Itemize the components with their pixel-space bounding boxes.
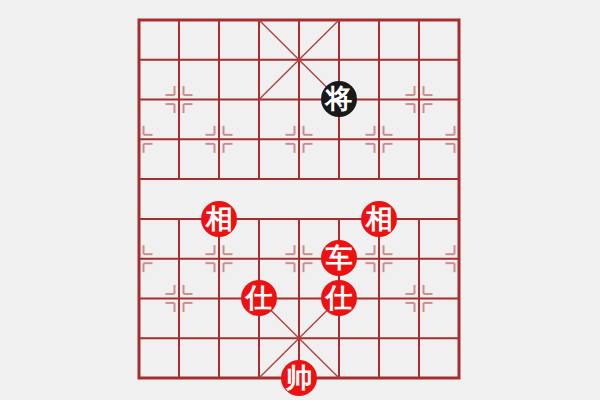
pieces-layer: 将相相车仕仕帅: [119, 0, 479, 398]
xiangqi-board: 将相相车仕仕帅: [0, 0, 600, 400]
red-advisor-left-piece[interactable]: 仕: [241, 280, 277, 316]
red-elephant-right-piece[interactable]: 相: [361, 201, 397, 237]
red-advisor-right-piece[interactable]: 仕: [321, 280, 357, 316]
red-chariot-piece[interactable]: 车: [321, 240, 357, 276]
red-elephant-left-piece[interactable]: 相: [201, 201, 237, 237]
red-general-piece[interactable]: 帅: [281, 360, 317, 396]
black-general-piece[interactable]: 将: [321, 81, 357, 117]
